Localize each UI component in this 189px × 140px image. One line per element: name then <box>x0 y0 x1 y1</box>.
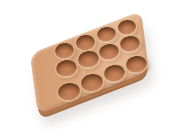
muffin-cup-r2c1 <box>53 57 79 78</box>
muffin-cup-r3c4 <box>123 53 149 74</box>
muffin-cup-r2c3 <box>97 41 121 61</box>
muffin-cup-r1c4 <box>116 18 138 37</box>
product-photo <box>0 0 189 140</box>
muffin-cup-r1c3 <box>94 24 117 43</box>
muffin-cup-r3c2 <box>79 71 106 94</box>
muffin-cup-r3c1 <box>56 80 83 103</box>
muffin-cup-r2c4 <box>118 33 142 53</box>
muffin-cup-r3c3 <box>101 62 127 83</box>
muffin-cup-r1c1 <box>52 40 75 60</box>
muffin-cup-r1c2 <box>73 32 96 52</box>
muffin-cups-grid <box>0 0 189 140</box>
